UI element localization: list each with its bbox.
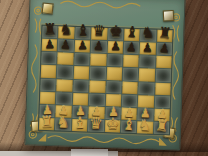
square-f7[interactable]: ♟ <box>124 42 140 55</box>
square-g6[interactable] <box>139 55 155 68</box>
square-b5[interactable] <box>57 66 73 79</box>
square-a7[interactable]: ♟ <box>42 39 58 52</box>
square-c7[interactable]: ♟ <box>74 40 90 53</box>
square-g4[interactable] <box>139 82 155 95</box>
square-d4[interactable] <box>89 80 105 93</box>
square-h6[interactable] <box>156 56 172 69</box>
black-pawn[interactable]: ♟ <box>107 40 122 52</box>
corner-stud-top-left <box>42 2 54 14</box>
black-pawn[interactable]: ♟ <box>58 38 74 51</box>
square-h4[interactable] <box>155 82 171 95</box>
chessboard: ♜♞♝♛♚♝♞♜♟♟♟♟♟♟♟♟♟♟♟♟♟♟♟♟♜♞♝♛♚♝♞♜ <box>38 25 174 136</box>
square-f6[interactable] <box>123 55 139 68</box>
white-rook[interactable]: ♜ <box>39 116 55 129</box>
black-knight[interactable]: ♞ <box>141 26 157 38</box>
square-f4[interactable] <box>122 81 138 94</box>
square-e5[interactable] <box>106 67 122 80</box>
black-rook[interactable]: ♜ <box>156 26 173 40</box>
square-c1[interactable]: ♝ <box>72 119 88 132</box>
square-d6[interactable] <box>90 54 106 67</box>
photo-scene: ♜♞♝♛♚♝♞♜♟♟♟♟♟♟♟♟♟♟♟♟♟♟♟♟♜♞♝♛♚♝♞♜ <box>0 0 208 156</box>
square-e6[interactable] <box>107 54 123 67</box>
black-pawn[interactable]: ♟ <box>42 38 58 51</box>
floor-bright-patch <box>71 149 108 156</box>
chess-board-frame: ♜♞♝♛♚♝♞♜♟♟♟♟♟♟♟♟♟♟♟♟♟♟♟♟♜♞♝♛♚♝♞♜ <box>24 0 185 151</box>
white-rook[interactable]: ♜ <box>153 119 170 133</box>
square-b7[interactable]: ♟ <box>58 39 74 52</box>
black-king[interactable]: ♚ <box>108 25 123 37</box>
square-b6[interactable] <box>58 53 74 66</box>
square-c4[interactable] <box>73 79 89 92</box>
square-a5[interactable] <box>41 65 57 78</box>
square-a4[interactable] <box>40 78 56 91</box>
white-knight[interactable]: ♞ <box>137 119 153 131</box>
white-bishop[interactable]: ♝ <box>121 118 137 131</box>
square-g5[interactable] <box>139 69 155 82</box>
square-f5[interactable] <box>123 68 139 81</box>
square-g1[interactable]: ♞ <box>137 121 153 134</box>
square-h1[interactable]: ♜ <box>154 122 170 135</box>
black-pawn[interactable]: ♟ <box>140 41 156 53</box>
square-c5[interactable] <box>74 66 90 79</box>
square-e1[interactable]: ♚ <box>104 120 120 133</box>
white-bishop[interactable]: ♝ <box>72 117 88 129</box>
square-e7[interactable]: ♟ <box>107 41 123 54</box>
square-a1[interactable]: ♜ <box>39 118 55 131</box>
square-e4[interactable] <box>106 81 122 94</box>
black-rook[interactable]: ♜ <box>42 23 58 36</box>
square-c6[interactable] <box>74 53 90 66</box>
black-pawn[interactable]: ♟ <box>91 39 107 52</box>
square-a6[interactable] <box>41 52 57 65</box>
square-g7[interactable]: ♟ <box>140 42 156 55</box>
white-queen[interactable]: ♛ <box>88 117 104 130</box>
black-pawn[interactable]: ♟ <box>75 39 91 51</box>
black-bishop[interactable]: ♝ <box>75 24 91 36</box>
square-h7[interactable]: ♟ <box>156 43 172 56</box>
square-b4[interactable] <box>57 79 73 92</box>
white-king[interactable]: ♚ <box>105 118 120 130</box>
black-pawn[interactable]: ♟ <box>156 41 173 55</box>
square-d1[interactable]: ♛ <box>88 119 104 132</box>
black-knight[interactable]: ♞ <box>59 23 75 36</box>
square-d5[interactable] <box>90 67 106 80</box>
square-f1[interactable]: ♝ <box>121 120 137 133</box>
white-knight[interactable]: ♞ <box>55 116 71 129</box>
square-d7[interactable]: ♟ <box>91 41 107 54</box>
black-queen[interactable]: ♛ <box>91 24 107 37</box>
black-pawn[interactable]: ♟ <box>123 40 139 53</box>
corner-stud-top-right <box>163 10 175 22</box>
square-b1[interactable]: ♞ <box>55 118 71 131</box>
square-h5[interactable] <box>155 69 171 82</box>
black-bishop[interactable]: ♝ <box>124 25 140 38</box>
